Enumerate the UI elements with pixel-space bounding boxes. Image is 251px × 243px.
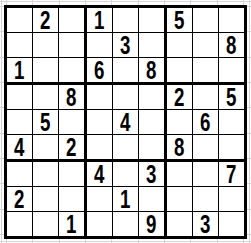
cell-r8c4[interactable] bbox=[87, 187, 113, 212]
given-digit: 5 bbox=[174, 7, 184, 33]
given-digit: 3 bbox=[200, 211, 210, 237]
given-digit: 8 bbox=[174, 134, 184, 160]
cell-r1c4[interactable]: 1 bbox=[87, 8, 113, 33]
cell-r8c7[interactable] bbox=[167, 187, 193, 212]
given-digit: 8 bbox=[66, 84, 76, 110]
cell-r9c5[interactable] bbox=[113, 212, 139, 236]
gridline-horizontal bbox=[0, 241, 251, 242]
cell-r9c2[interactable] bbox=[33, 212, 59, 236]
cell-r8c9[interactable] bbox=[219, 187, 244, 212]
cell-r5c4[interactable] bbox=[87, 110, 113, 135]
given-digit: 4 bbox=[94, 161, 104, 187]
sudoku-page: 2153816882554642843721193 bbox=[0, 0, 251, 243]
cell-r4c9[interactable]: 5 bbox=[219, 85, 244, 110]
cell-r5c2[interactable]: 5 bbox=[33, 110, 59, 135]
given-digit: 1 bbox=[120, 186, 130, 212]
cell-r1c6[interactable] bbox=[139, 8, 167, 33]
cell-r7c8[interactable] bbox=[193, 162, 219, 187]
cell-r3c8[interactable] bbox=[193, 58, 219, 85]
cell-r2c5[interactable]: 3 bbox=[113, 33, 139, 58]
cell-r4c1[interactable] bbox=[7, 85, 33, 110]
given-digit: 6 bbox=[94, 57, 104, 83]
given-digit: 2 bbox=[174, 84, 184, 110]
cell-r3c2[interactable] bbox=[33, 58, 59, 85]
cell-r1c8[interactable] bbox=[193, 8, 219, 33]
cell-r2c9[interactable]: 8 bbox=[219, 33, 244, 58]
cell-r3c9[interactable] bbox=[219, 58, 244, 85]
cell-r3c1[interactable]: 1 bbox=[7, 58, 33, 85]
cell-r4c7[interactable]: 2 bbox=[167, 85, 193, 110]
cell-r6c8[interactable] bbox=[193, 135, 219, 162]
cell-r2c2[interactable] bbox=[33, 33, 59, 58]
given-digit: 4 bbox=[14, 134, 24, 160]
cell-r1c1[interactable] bbox=[7, 8, 33, 33]
cell-r2c7[interactable] bbox=[167, 33, 193, 58]
cell-r6c9[interactable] bbox=[219, 135, 244, 162]
given-digit: 4 bbox=[120, 109, 130, 135]
cell-r7c3[interactable] bbox=[59, 162, 87, 187]
cell-r6c3[interactable]: 2 bbox=[59, 135, 87, 162]
given-digit: 2 bbox=[40, 7, 50, 33]
cell-r2c3[interactable] bbox=[59, 33, 87, 58]
cell-r6c2[interactable] bbox=[33, 135, 59, 162]
given-digit: 6 bbox=[200, 109, 210, 135]
given-digit: 1 bbox=[94, 7, 104, 33]
cell-r7c4[interactable]: 4 bbox=[87, 162, 113, 187]
cell-r5c5[interactable]: 4 bbox=[113, 110, 139, 135]
cell-r8c1[interactable]: 2 bbox=[7, 187, 33, 212]
cell-r7c9[interactable]: 7 bbox=[219, 162, 244, 187]
gridline-vertical bbox=[1, 0, 2, 243]
cell-r3c7[interactable] bbox=[167, 58, 193, 85]
sudoku-board: 2153816882554642843721193 bbox=[4, 5, 247, 239]
gridline-vertical bbox=[249, 0, 250, 243]
cell-r8c5[interactable]: 1 bbox=[113, 187, 139, 212]
cell-r9c6[interactable]: 9 bbox=[139, 212, 167, 236]
given-digit: 3 bbox=[146, 161, 156, 187]
cell-r3c3[interactable] bbox=[59, 58, 87, 85]
cell-r6c5[interactable] bbox=[113, 135, 139, 162]
given-digit: 9 bbox=[146, 211, 156, 237]
cell-r7c2[interactable] bbox=[33, 162, 59, 187]
cell-r6c4[interactable] bbox=[87, 135, 113, 162]
cell-r3c5[interactable] bbox=[113, 58, 139, 85]
cell-r9c1[interactable] bbox=[7, 212, 33, 236]
cell-r9c3[interactable]: 1 bbox=[59, 212, 87, 236]
cell-r6c1[interactable]: 4 bbox=[7, 135, 33, 162]
cell-r4c4[interactable] bbox=[87, 85, 113, 110]
given-digit: 2 bbox=[14, 186, 24, 212]
given-digit: 3 bbox=[120, 32, 130, 58]
cell-r7c7[interactable] bbox=[167, 162, 193, 187]
given-digit: 5 bbox=[40, 109, 50, 135]
given-digit: 1 bbox=[14, 57, 24, 83]
cell-r2c8[interactable] bbox=[193, 33, 219, 58]
given-digit: 7 bbox=[226, 161, 236, 187]
cell-r9c8[interactable]: 3 bbox=[193, 212, 219, 236]
cell-r1c2[interactable]: 2 bbox=[33, 8, 59, 33]
given-digit: 8 bbox=[226, 32, 236, 58]
given-digit: 5 bbox=[226, 84, 236, 110]
cell-r1c3[interactable] bbox=[59, 8, 87, 33]
given-digit: 2 bbox=[66, 134, 76, 160]
cell-r4c3[interactable]: 8 bbox=[59, 85, 87, 110]
cell-r7c6[interactable]: 3 bbox=[139, 162, 167, 187]
cell-r3c6[interactable]: 8 bbox=[139, 58, 167, 85]
cell-r5c9[interactable] bbox=[219, 110, 244, 135]
cell-r3c4[interactable]: 6 bbox=[87, 58, 113, 85]
cell-r4c6[interactable] bbox=[139, 85, 167, 110]
gridline-horizontal bbox=[0, 1, 251, 2]
cell-r1c7[interactable]: 5 bbox=[167, 8, 193, 33]
cell-r6c6[interactable] bbox=[139, 135, 167, 162]
cell-r5c8[interactable]: 6 bbox=[193, 110, 219, 135]
cell-r8c2[interactable] bbox=[33, 187, 59, 212]
cell-r9c4[interactable] bbox=[87, 212, 113, 236]
cell-r9c9[interactable] bbox=[219, 212, 244, 236]
cell-r9c7[interactable] bbox=[167, 212, 193, 236]
cell-r6c7[interactable]: 8 bbox=[167, 135, 193, 162]
given-digit: 8 bbox=[146, 57, 156, 83]
cell-r5c6[interactable] bbox=[139, 110, 167, 135]
given-digit: 1 bbox=[66, 211, 76, 237]
